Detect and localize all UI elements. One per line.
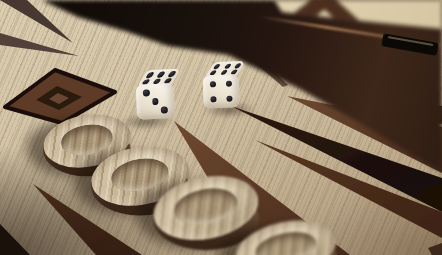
- wood-checker-4[interactable]: [235, 222, 337, 255]
- die-pip: [161, 107, 168, 114]
- die-pip: [157, 71, 166, 77]
- die-pip: [213, 64, 221, 69]
- checker-dimple: [253, 227, 319, 255]
- die-pip: [143, 89, 150, 96]
- left-die[interactable]: [135, 69, 176, 120]
- right-die[interactable]: [202, 61, 240, 108]
- die-pip: [146, 72, 155, 78]
- die-front-face-4: [203, 74, 240, 108]
- backgammon-board-photo: [0, 0, 442, 255]
- checker-dimple: [171, 184, 240, 230]
- die-pip: [168, 71, 177, 77]
- die-pip: [223, 64, 231, 69]
- die-pip: [210, 96, 217, 103]
- die-pip: [234, 63, 242, 68]
- die-pip: [152, 98, 159, 105]
- die-pip: [226, 81, 233, 88]
- die-pip: [210, 81, 217, 88]
- die-pip: [226, 95, 233, 102]
- die-front-face-3: [135, 83, 175, 120]
